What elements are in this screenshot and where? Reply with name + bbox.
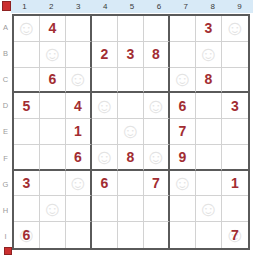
column-label-6: 6: [145, 0, 172, 13]
cell-I8[interactable]: [196, 222, 222, 248]
column-label-1: 1: [11, 0, 38, 13]
cell-B4[interactable]: 2: [92, 42, 118, 68]
smiley-watermark-icon: ☺: [40, 197, 65, 218]
given-digit: 6: [74, 149, 82, 165]
column-label-5: 5: [119, 0, 146, 13]
given-digit: 8: [152, 46, 160, 62]
cell-B7[interactable]: [170, 42, 196, 68]
cell-E8[interactable]: [196, 119, 222, 145]
cell-I6[interactable]: [144, 222, 170, 248]
smiley-watermark-icon: ☺: [92, 94, 117, 115]
cell-C1[interactable]: [14, 68, 40, 94]
given-digit: 4: [49, 20, 57, 36]
row-label-E: E: [0, 119, 11, 145]
cell-H5[interactable]: [118, 196, 144, 222]
smiley-watermark-icon: ☺: [222, 17, 248, 38]
row-label-B: B: [0, 40, 11, 66]
smiley-watermark-icon: ☺: [92, 145, 117, 166]
row-label-C: C: [0, 66, 11, 92]
cell-G4[interactable]: 6: [92, 171, 118, 197]
cell-E6[interactable]: [144, 119, 170, 145]
cell-E2[interactable]: [40, 119, 66, 145]
given-digit: 7: [152, 175, 160, 191]
column-label-9: 9: [226, 0, 253, 13]
cell-H3[interactable]: [66, 196, 92, 222]
given-digit: 2: [101, 46, 109, 62]
cell-B2[interactable]: ☺: [40, 42, 66, 68]
given-digit: 8: [127, 149, 135, 165]
cell-B1[interactable]: [14, 42, 40, 68]
cell-H8[interactable]: ☺: [196, 196, 222, 222]
row-label-F: F: [0, 145, 11, 171]
smiley-watermark-icon: ☺: [170, 172, 195, 193]
given-digit: 3: [23, 175, 31, 191]
column-label-7: 7: [172, 0, 199, 13]
column-label-2: 2: [38, 0, 65, 13]
given-digit: 1: [231, 175, 239, 191]
smiley-watermark-icon: ☺: [40, 43, 65, 64]
cell-C4[interactable]: [92, 68, 118, 94]
cell-I3[interactable]: [66, 222, 92, 248]
cell-G9[interactable]: 1: [222, 171, 248, 197]
given-digit: 4: [74, 98, 82, 114]
cell-A8[interactable]: 3: [196, 16, 222, 42]
cell-H1[interactable]: [14, 196, 40, 222]
smiley-watermark-icon: ☺: [14, 17, 39, 38]
cell-E4[interactable]: [92, 119, 118, 145]
cell-F5[interactable]: 8: [118, 145, 144, 171]
column-header-strip: 123456789: [11, 0, 253, 13]
cell-B9[interactable]: [222, 42, 248, 68]
cell-I1[interactable]: ☺6: [14, 222, 40, 248]
smiley-watermark-icon: ☺: [66, 172, 90, 193]
cell-G6[interactable]: 7: [144, 171, 170, 197]
cell-F4[interactable]: ☺: [92, 145, 118, 171]
cell-G1[interactable]: 3: [14, 171, 40, 197]
cell-G8[interactable]: [196, 171, 222, 197]
cell-C7[interactable]: ☺: [170, 68, 196, 94]
row-label-A: A: [0, 14, 11, 40]
smiley-watermark-icon: ☺: [196, 43, 221, 64]
cell-G2[interactable]: [40, 171, 66, 197]
given-digit: 7: [231, 227, 239, 243]
cell-H6[interactable]: [144, 196, 170, 222]
cell-A1[interactable]: ☺: [14, 16, 40, 42]
cell-C2[interactable]: 6: [40, 68, 66, 94]
row-label-D: D: [0, 93, 11, 119]
cell-F7[interactable]: 9: [170, 145, 196, 171]
cell-B5[interactable]: 3: [118, 42, 144, 68]
given-digit: 6: [101, 175, 109, 191]
cell-D4[interactable]: ☺: [92, 93, 118, 119]
cell-I4[interactable]: [92, 222, 118, 248]
cell-A2[interactable]: 4: [40, 16, 66, 42]
smiley-watermark-icon: ☺: [144, 145, 168, 166]
cell-H2[interactable]: ☺: [40, 196, 66, 222]
given-digit: 6: [23, 227, 31, 243]
given-digit: 6: [49, 71, 57, 87]
given-digit: 1: [74, 123, 82, 139]
cell-F3[interactable]: 6: [66, 145, 92, 171]
sudoku-app: 123456789 ABCDEFGHI ☺43☺☺238☺6☺☺854☺☺631…: [0, 0, 253, 257]
cell-A5[interactable]: [118, 16, 144, 42]
cell-C8[interactable]: 8: [196, 68, 222, 94]
smiley-watermark-icon: ☺: [144, 94, 168, 115]
cell-D9[interactable]: 3: [222, 93, 248, 119]
cell-B6[interactable]: 8: [144, 42, 170, 68]
given-digit: 9: [179, 149, 187, 165]
cell-H9[interactable]: [222, 196, 248, 222]
given-digit: 7: [179, 123, 187, 139]
row-label-G: G: [0, 171, 11, 197]
red-corner-marker-bottom-icon: [4, 247, 12, 255]
cell-D8[interactable]: [196, 93, 222, 119]
red-corner-marker-top-icon: [2, 1, 11, 11]
cell-H4[interactable]: [92, 196, 118, 222]
row-label-H: H: [0, 198, 11, 224]
cell-D3[interactable]: 4: [66, 93, 92, 119]
cell-D5[interactable]: [118, 93, 144, 119]
cell-C9[interactable]: [222, 68, 248, 94]
cell-G5[interactable]: [118, 171, 144, 197]
column-label-3: 3: [65, 0, 92, 13]
cell-D1[interactable]: 5: [14, 93, 40, 119]
given-digit: 8: [205, 71, 213, 87]
cell-D7[interactable]: 6: [170, 93, 196, 119]
cell-G3[interactable]: ☺: [66, 171, 92, 197]
cell-I9[interactable]: ☺7: [222, 222, 248, 248]
cell-A7[interactable]: [170, 16, 196, 42]
cell-I2[interactable]: [40, 222, 66, 248]
row-label-gutter: ABCDEFGHI: [0, 14, 11, 250]
cell-F1[interactable]: [14, 145, 40, 171]
cell-E7[interactable]: 7: [170, 119, 196, 145]
cell-E9[interactable]: [222, 119, 248, 145]
cell-I7[interactable]: [170, 222, 196, 248]
given-digit: 3: [127, 46, 135, 62]
cell-A3[interactable]: [66, 16, 92, 42]
cell-G7[interactable]: ☺: [170, 171, 196, 197]
cell-E1[interactable]: [14, 119, 40, 145]
smiley-watermark-icon: ☺: [196, 197, 221, 218]
cell-F2[interactable]: [40, 145, 66, 171]
cell-E5[interactable]: ☺: [118, 119, 144, 145]
cell-D2[interactable]: [40, 93, 66, 119]
cell-A4[interactable]: [92, 16, 118, 42]
given-digit: 3: [231, 98, 239, 114]
sudoku-board: ☺43☺☺238☺6☺☺854☺☺631☺76☺8☺93☺67☺1☺☺☺6☺7: [12, 14, 250, 250]
cell-B3[interactable]: [66, 42, 92, 68]
cell-C3[interactable]: ☺: [66, 68, 92, 94]
cell-D6[interactable]: ☺: [144, 93, 170, 119]
smiley-watermark-icon: ☺: [118, 120, 143, 141]
column-label-4: 4: [92, 0, 119, 13]
cell-C5[interactable]: [118, 68, 144, 94]
cell-I5[interactable]: [118, 222, 144, 248]
cell-F8[interactable]: [196, 145, 222, 171]
smiley-watermark-icon: ☺: [170, 68, 195, 89]
cell-A6[interactable]: [144, 16, 170, 42]
given-digit: 3: [205, 20, 213, 36]
cell-C6[interactable]: [144, 68, 170, 94]
given-digit: 6: [179, 98, 187, 114]
given-digit: 5: [23, 98, 31, 114]
cell-H7[interactable]: [170, 196, 196, 222]
smiley-watermark-icon: ☺: [66, 68, 90, 89]
column-label-8: 8: [199, 0, 226, 13]
cell-A9[interactable]: ☺: [222, 16, 248, 42]
cell-E3[interactable]: 1: [66, 119, 92, 145]
cell-B8[interactable]: ☺: [196, 42, 222, 68]
cell-F9[interactable]: [222, 145, 248, 171]
cell-F6[interactable]: ☺: [144, 145, 170, 171]
